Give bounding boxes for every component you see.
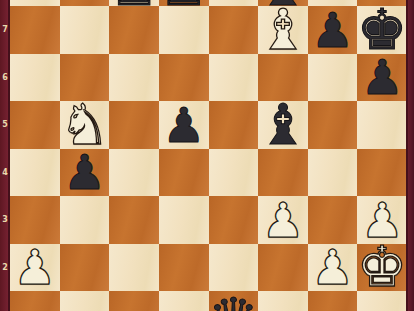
piece-black-bishop-f5[interactable]: ♝ <box>258 101 308 149</box>
piece-black-queen-e1[interactable]: ♛ <box>209 295 259 311</box>
piece-black-pawn-d5[interactable]: ♟ <box>159 101 209 149</box>
rank-label-6: 6 <box>0 72 10 83</box>
piece-white-pawn-f3[interactable]: ♟ <box>258 196 308 244</box>
chess-diagram: 765432 ♜♜♝♝♟♚♟♞♟♝♟♟♟♟♟♚♛ <box>0 0 414 311</box>
piece-white-pawn-g2[interactable]: ♟ <box>308 244 358 292</box>
square-d2[interactable] <box>159 244 209 292</box>
rank-labels: 765432 <box>0 0 10 311</box>
square-e2[interactable] <box>209 244 259 292</box>
square-f2[interactable] <box>258 244 308 292</box>
piece-white-bishop-f7[interactable]: ♝ <box>258 6 308 54</box>
piece-black-pawn-g7[interactable]: ♟ <box>308 6 358 54</box>
square-a3[interactable] <box>10 196 60 244</box>
board-frame-right-edge <box>406 0 408 311</box>
square-d1[interactable] <box>159 291 209 311</box>
square-a6[interactable] <box>10 54 60 102</box>
square-c1[interactable] <box>109 291 159 311</box>
square-g5[interactable] <box>308 101 358 149</box>
square-h5[interactable] <box>357 101 407 149</box>
piece-black-pawn-h6[interactable]: ♟ <box>357 54 407 102</box>
piece-black-rook-c8[interactable]: ♜ <box>109 0 159 10</box>
square-c2[interactable] <box>109 244 159 292</box>
rank-label-7: 7 <box>0 24 10 35</box>
square-g3[interactable] <box>308 196 358 244</box>
piece-white-pawn-a2[interactable]: ♟ <box>10 244 60 292</box>
square-b2[interactable] <box>60 244 110 292</box>
square-c5[interactable] <box>109 101 159 149</box>
piece-black-pawn-b4[interactable]: ♟ <box>60 149 110 197</box>
square-h4[interactable] <box>357 149 407 197</box>
rank-label-5: 5 <box>0 119 10 130</box>
square-g4[interactable] <box>308 149 358 197</box>
piece-black-rook-d8[interactable]: ♜ <box>159 0 209 10</box>
square-e3[interactable] <box>209 196 259 244</box>
square-a7[interactable] <box>10 6 60 54</box>
piece-white-knight-b5[interactable]: ♞ <box>60 101 110 149</box>
square-g6[interactable] <box>308 54 358 102</box>
square-d6[interactable] <box>159 54 209 102</box>
square-f1[interactable] <box>258 291 308 311</box>
square-c4[interactable] <box>109 149 159 197</box>
square-e7[interactable] <box>209 6 259 54</box>
square-b3[interactable] <box>60 196 110 244</box>
square-e4[interactable] <box>209 149 259 197</box>
rank-label-3: 3 <box>0 214 10 225</box>
square-b7[interactable] <box>60 6 110 54</box>
square-c6[interactable] <box>109 54 159 102</box>
square-e6[interactable] <box>209 54 259 102</box>
piece-black-king-h7[interactable]: ♚ <box>357 6 407 54</box>
rank-label-2: 2 <box>0 262 10 273</box>
piece-white-king-h2[interactable]: ♚ <box>357 244 407 292</box>
square-a5[interactable] <box>10 101 60 149</box>
square-e5[interactable] <box>209 101 259 149</box>
chess-board[interactable]: ♜♜♝♝♟♚♟♞♟♝♟♟♟♟♟♚♛ <box>10 0 407 311</box>
square-d4[interactable] <box>159 149 209 197</box>
square-c3[interactable] <box>109 196 159 244</box>
square-b1[interactable] <box>60 291 110 311</box>
square-a4[interactable] <box>10 149 60 197</box>
square-d3[interactable] <box>159 196 209 244</box>
rank-label-4: 4 <box>0 167 10 178</box>
